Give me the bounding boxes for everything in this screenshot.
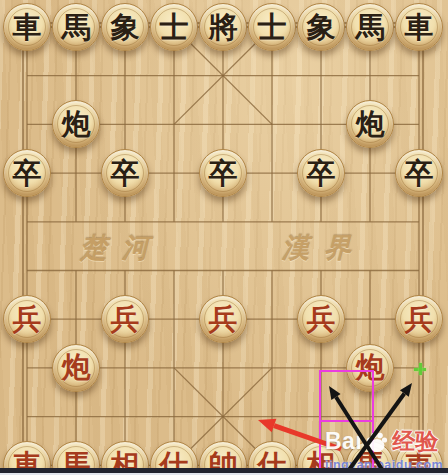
black-arrows [0, 0, 448, 475]
xiangqi-board[interactable]: 楚河 漢界 車馬象士將士象馬車炮炮卒卒卒卒卒兵兵兵兵兵炮炮車馬相仕帥仕相馬車 B… [0, 0, 448, 475]
